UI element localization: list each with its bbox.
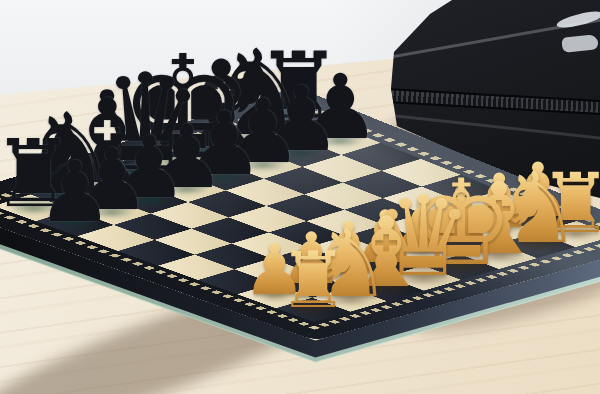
pieces-layer: ♜♞♝♛♚♝♞♜♟♟♟♟♟♟♟♟♟♟♟♟♟♟♟♟♜♞♝♛♚♝♞♜ [0,0,600,394]
black-pawn-a7[interactable]: ♟ [37,150,112,234]
scene-chess-photo: ♜♞♝♛♚♝♞♜♟♟♟♟♟♟♟♟♟♟♟♟♟♟♟♟♜♞♝♛♚♝♞♜ [0,0,600,394]
white-rook-a1[interactable]: ♜ [278,242,348,320]
